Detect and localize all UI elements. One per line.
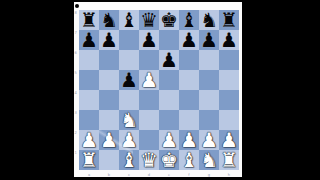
white-knight: ♞: [199, 150, 219, 170]
square-e5: [159, 70, 179, 90]
square-c8: ♝: [119, 10, 139, 30]
chess-diagram-panel: ♜♞♝♛♚♝♞♜♟♟♟♟♟♟♟♟♟♞♟♟♟♟♟♟♟♜♝♛♚♝♞♜ 8765432…: [74, 2, 242, 177]
square-h4: [219, 90, 239, 110]
square-b4: [99, 90, 119, 110]
square-f2: ♟: [179, 130, 199, 150]
white-pawn: ♟: [219, 130, 239, 150]
square-g3: [199, 110, 219, 130]
file-label-g: g: [205, 173, 214, 177]
square-d3: [139, 110, 159, 130]
square-c4: [119, 90, 139, 110]
file-label-d: d: [145, 173, 154, 177]
square-b6: [99, 50, 119, 70]
white-pawn: ♟: [179, 130, 199, 150]
white-knight: ♞: [119, 110, 139, 130]
square-b2: ♟: [99, 130, 119, 150]
square-c3: ♞: [119, 110, 139, 130]
black-pawn: ♟: [99, 30, 119, 50]
file-label-b: b: [105, 173, 114, 177]
square-e8: ♚: [159, 10, 179, 30]
file-label-e: e: [165, 173, 174, 177]
rank-label-4: 4: [75, 91, 80, 95]
white-pawn: ♟: [139, 70, 159, 90]
black-knight: ♞: [99, 10, 119, 30]
square-g6: [199, 50, 219, 70]
white-queen: ♛: [139, 150, 159, 170]
rank-label-6: 6: [75, 51, 80, 55]
square-h3: [219, 110, 239, 130]
square-g1: ♞: [199, 150, 219, 170]
square-g5: [199, 70, 219, 90]
black-king: ♚: [159, 10, 179, 30]
square-d4: [139, 90, 159, 110]
file-label-a: a: [85, 173, 94, 177]
white-rook: ♜: [219, 150, 239, 170]
square-a7: ♟: [79, 30, 99, 50]
white-rook: ♜: [79, 150, 99, 170]
square-c6: [119, 50, 139, 70]
square-h1: ♜: [219, 150, 239, 170]
square-c1: ♝: [119, 150, 139, 170]
square-c2: ♟: [119, 130, 139, 150]
black-pawn: ♟: [159, 50, 179, 70]
white-pawn: ♟: [119, 130, 139, 150]
black-rook: ♜: [79, 10, 99, 30]
file-label-f: f: [185, 173, 194, 177]
square-b8: ♞: [99, 10, 119, 30]
square-e4: [159, 90, 179, 110]
square-g4: [199, 90, 219, 110]
square-c5: ♟: [119, 70, 139, 90]
square-d7: ♟: [139, 30, 159, 50]
square-a8: ♜: [79, 10, 99, 30]
black-pawn: ♟: [179, 30, 199, 50]
rank-label-2: 2: [75, 131, 80, 135]
square-a2: ♟: [79, 130, 99, 150]
black-bishop: ♝: [119, 10, 139, 30]
black-pawn: ♟: [79, 30, 99, 50]
white-bishop: ♝: [119, 150, 139, 170]
square-h6: [219, 50, 239, 70]
square-f7: ♟: [179, 30, 199, 50]
square-a1: ♜: [79, 150, 99, 170]
square-a4: [79, 90, 99, 110]
square-f6: [179, 50, 199, 70]
square-b5: [99, 70, 119, 90]
black-pawn: ♟: [119, 70, 139, 90]
square-f4: [179, 90, 199, 110]
black-rook: ♜: [219, 10, 239, 30]
square-e7: [159, 30, 179, 50]
square-g2: ♟: [199, 130, 219, 150]
square-h5: [219, 70, 239, 90]
square-h8: ♜: [219, 10, 239, 30]
square-e3: [159, 110, 179, 130]
square-b7: ♟: [99, 30, 119, 50]
chess-board: ♜♞♝♛♚♝♞♜♟♟♟♟♟♟♟♟♟♞♟♟♟♟♟♟♟♜♝♛♚♝♞♜: [79, 10, 239, 170]
square-b3: [99, 110, 119, 130]
white-pawn: ♟: [159, 130, 179, 150]
rank-label-3: 3: [75, 111, 80, 115]
square-c7: [119, 30, 139, 50]
square-e2: ♟: [159, 130, 179, 150]
black-queen: ♛: [139, 10, 159, 30]
file-label-c: c: [125, 173, 134, 177]
square-h7: ♟: [219, 30, 239, 50]
file-label-h: h: [225, 173, 234, 177]
white-pawn: ♟: [79, 130, 99, 150]
white-king: ♚: [159, 150, 179, 170]
rank-label-1: 1: [75, 151, 80, 155]
white-bishop: ♝: [179, 150, 199, 170]
square-g8: ♞: [199, 10, 219, 30]
square-f1: ♝: [179, 150, 199, 170]
black-bishop: ♝: [179, 10, 199, 30]
square-d8: ♛: [139, 10, 159, 30]
black-pawn: ♟: [199, 30, 219, 50]
rank-label-8: 8: [75, 11, 80, 15]
white-pawn: ♟: [199, 130, 219, 150]
square-d6: [139, 50, 159, 70]
square-f8: ♝: [179, 10, 199, 30]
black-pawn: ♟: [219, 30, 239, 50]
square-h2: ♟: [219, 130, 239, 150]
square-d5: ♟: [139, 70, 159, 90]
black-pawn: ♟: [139, 30, 159, 50]
rank-label-5: 5: [75, 71, 80, 75]
black-knight: ♞: [199, 10, 219, 30]
square-d2: [139, 130, 159, 150]
side-to-move-indicator: [75, 4, 79, 8]
square-b1: [99, 150, 119, 170]
white-pawn: ♟: [99, 130, 119, 150]
square-f3: [179, 110, 199, 130]
square-a3: [79, 110, 99, 130]
square-f5: [179, 70, 199, 90]
video-frame: { "game": "chess", "position": { "fen": …: [0, 0, 320, 180]
rank-label-7: 7: [75, 31, 80, 35]
square-e1: ♚: [159, 150, 179, 170]
square-a5: [79, 70, 99, 90]
square-d1: ♛: [139, 150, 159, 170]
square-a6: [79, 50, 99, 70]
square-e6: ♟: [159, 50, 179, 70]
square-g7: ♟: [199, 30, 219, 50]
